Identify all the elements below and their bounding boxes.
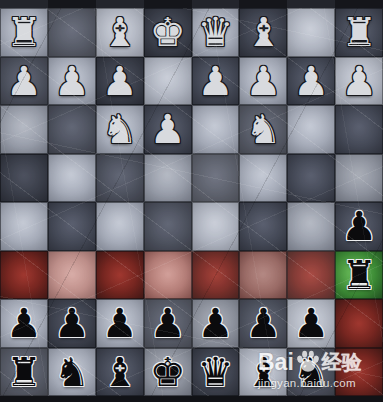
square-d8[interactable]: ♛ xyxy=(192,348,240,397)
square-g7[interactable]: ♟ xyxy=(48,299,96,348)
square-b8[interactable]: ♞ xyxy=(287,348,335,397)
white-knight[interactable]: ♞ xyxy=(102,105,138,153)
square-b5[interactable] xyxy=(287,202,335,251)
white-knight[interactable]: ♞ xyxy=(245,105,281,153)
square-d2[interactable]: ♟ xyxy=(192,57,240,106)
square-c7[interactable]: ♟ xyxy=(239,299,287,348)
black-pawn[interactable]: ♟ xyxy=(54,299,90,347)
square-h1[interactable]: ♜ xyxy=(0,8,48,57)
black-bishop[interactable]: ♝ xyxy=(245,348,281,396)
black-king[interactable]: ♚ xyxy=(150,348,186,396)
square-a7[interactable] xyxy=(335,299,383,348)
square-e4[interactable] xyxy=(144,154,192,203)
black-pawn[interactable]: ♟ xyxy=(245,299,281,347)
white-pawn[interactable]: ♟ xyxy=(245,57,281,105)
square-b7[interactable]: ♟ xyxy=(287,299,335,348)
square-f7[interactable]: ♟ xyxy=(96,299,144,348)
square-a8[interactable] xyxy=(335,348,383,397)
white-pawn[interactable]: ♟ xyxy=(341,57,377,105)
white-bishop[interactable]: ♝ xyxy=(245,8,281,56)
white-rook[interactable]: ♜ xyxy=(341,8,377,56)
square-f4[interactable] xyxy=(96,154,144,203)
square-h3[interactable] xyxy=(0,105,48,154)
square-c8[interactable]: ♝ xyxy=(239,348,287,397)
black-pawn[interactable]: ♟ xyxy=(102,299,138,347)
board-bottom-edge xyxy=(0,396,383,402)
black-bishop[interactable]: ♝ xyxy=(102,348,138,396)
white-pawn[interactable]: ♟ xyxy=(198,57,234,105)
square-e7[interactable]: ♟ xyxy=(144,299,192,348)
square-d1[interactable]: ♛ xyxy=(192,8,240,57)
square-d7[interactable]: ♟ xyxy=(192,299,240,348)
square-e3[interactable]: ♟ xyxy=(144,105,192,154)
white-pawn[interactable]: ♟ xyxy=(293,57,329,105)
square-h2[interactable]: ♟ xyxy=(0,57,48,106)
white-pawn[interactable]: ♟ xyxy=(102,57,138,105)
top-edge-cell xyxy=(0,0,48,8)
square-f2[interactable]: ♟ xyxy=(96,57,144,106)
square-b2[interactable]: ♟ xyxy=(287,57,335,106)
white-queen[interactable]: ♛ xyxy=(198,8,234,56)
square-h5[interactable] xyxy=(0,202,48,251)
square-g1[interactable] xyxy=(48,8,96,57)
black-rook[interactable]: ♜ xyxy=(6,348,42,396)
top-edge-cell xyxy=(144,0,192,8)
square-f5[interactable] xyxy=(96,202,144,251)
white-bishop[interactable]: ♝ xyxy=(102,8,138,56)
square-g4[interactable] xyxy=(48,154,96,203)
square-e1[interactable]: ♚ xyxy=(144,8,192,57)
square-d3[interactable] xyxy=(192,105,240,154)
square-c6[interactable] xyxy=(239,251,287,300)
top-edge-cell xyxy=(287,0,335,8)
square-c5[interactable] xyxy=(239,202,287,251)
black-pawn[interactable]: ♟ xyxy=(198,299,234,347)
square-g5[interactable] xyxy=(48,202,96,251)
square-f3[interactable]: ♞ xyxy=(96,105,144,154)
square-c4[interactable] xyxy=(239,154,287,203)
chess-app: ♜♝♚♛♝♜♟♟♟♟♟♟♟♞♟♞♟♜♟♟♟♟♟♟♟♜♞♝♚♛♝♞ Bai 经验 … xyxy=(0,0,383,402)
top-edge-cell xyxy=(96,0,144,8)
square-d5[interactable] xyxy=(192,202,240,251)
white-pawn[interactable]: ♟ xyxy=(54,57,90,105)
square-g6[interactable] xyxy=(48,251,96,300)
square-d4[interactable] xyxy=(192,154,240,203)
square-c2[interactable]: ♟ xyxy=(239,57,287,106)
black-knight[interactable]: ♞ xyxy=(54,348,90,396)
black-pawn[interactable]: ♟ xyxy=(150,299,186,347)
square-b4[interactable] xyxy=(287,154,335,203)
top-edge-cell xyxy=(48,0,96,8)
top-edge-cell xyxy=(192,0,240,8)
white-rook[interactable]: ♜ xyxy=(6,8,42,56)
black-knight[interactable]: ♞ xyxy=(293,348,329,396)
black-pawn[interactable]: ♟ xyxy=(341,202,377,250)
square-a2[interactable]: ♟ xyxy=(335,57,383,106)
square-c3[interactable]: ♞ xyxy=(239,105,287,154)
square-f6[interactable] xyxy=(96,251,144,300)
square-a4[interactable] xyxy=(335,154,383,203)
square-e2[interactable] xyxy=(144,57,192,106)
square-f8[interactable]: ♝ xyxy=(96,348,144,397)
top-edge-cell xyxy=(335,0,383,8)
square-e8[interactable]: ♚ xyxy=(144,348,192,397)
black-pawn[interactable]: ♟ xyxy=(6,299,42,347)
chess-board: ♜♝♚♛♝♜♟♟♟♟♟♟♟♞♟♞♟♜♟♟♟♟♟♟♟♜♞♝♚♛♝♞ xyxy=(0,8,383,396)
square-b3[interactable] xyxy=(287,105,335,154)
square-f1[interactable]: ♝ xyxy=(96,8,144,57)
square-a1[interactable]: ♜ xyxy=(335,8,383,57)
square-d6[interactable] xyxy=(192,251,240,300)
square-h6[interactable] xyxy=(0,251,48,300)
square-e6[interactable] xyxy=(144,251,192,300)
white-pawn[interactable]: ♟ xyxy=(150,105,186,153)
square-a5[interactable]: ♟ xyxy=(335,202,383,251)
square-g2[interactable]: ♟ xyxy=(48,57,96,106)
square-c1[interactable]: ♝ xyxy=(239,8,287,57)
black-pawn[interactable]: ♟ xyxy=(293,299,329,347)
square-h4[interactable] xyxy=(0,154,48,203)
square-b1[interactable] xyxy=(287,8,335,57)
square-e5[interactable] xyxy=(144,202,192,251)
square-g3[interactable] xyxy=(48,105,96,154)
board-top-edge xyxy=(0,0,383,8)
white-pawn[interactable]: ♟ xyxy=(6,57,42,105)
black-queen[interactable]: ♛ xyxy=(198,348,234,396)
white-king[interactable]: ♚ xyxy=(150,8,186,56)
square-b6[interactable] xyxy=(287,251,335,300)
black-rook[interactable]: ♜ xyxy=(341,251,377,299)
square-a3[interactable] xyxy=(335,105,383,154)
square-h8[interactable]: ♜ xyxy=(0,348,48,397)
square-g8[interactable]: ♞ xyxy=(48,348,96,397)
square-h7[interactable]: ♟ xyxy=(0,299,48,348)
square-a6[interactable]: ♜ xyxy=(335,251,383,300)
top-edge-cell xyxy=(239,0,287,8)
